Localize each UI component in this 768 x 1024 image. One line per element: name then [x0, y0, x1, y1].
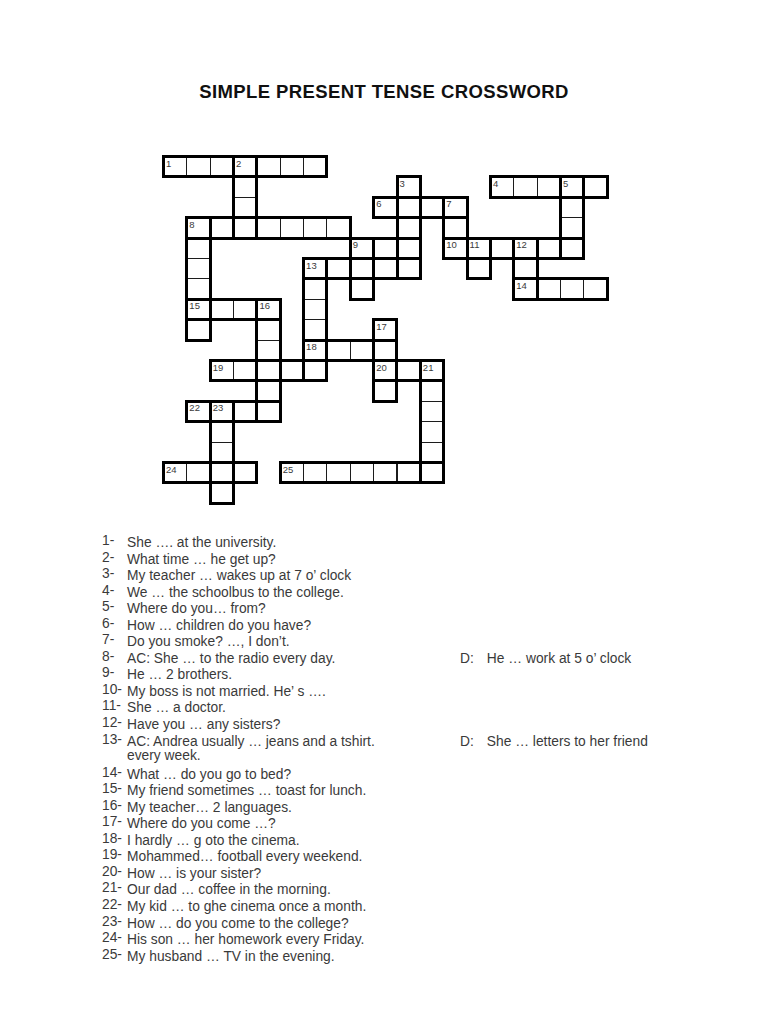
grid-cell-r2c12[interactable]: [443, 197, 467, 218]
grid-cell-r3c12[interactable]: [443, 217, 467, 238]
grid-cell-r9c7[interactable]: [326, 340, 350, 361]
grid-cell-r15c11[interactable]: [420, 462, 444, 483]
clue-number: 25-: [102, 947, 127, 962]
grid-cell-r6c8[interactable]: [350, 278, 374, 299]
clue-text: Do you smoke? …, I don’t.: [127, 634, 290, 649]
grid-cell-r15c3[interactable]: [233, 462, 257, 483]
grid-cell-r6c15[interactable]: [513, 278, 537, 299]
grid-cell-r15c7[interactable]: [326, 462, 350, 483]
grid-cell-r10c2[interactable]: [210, 360, 234, 381]
clue-text: What … do you go to bed?: [127, 767, 291, 782]
grid-cell-r5c8[interactable]: [350, 258, 374, 279]
grid-cell-r7c3[interactable]: [233, 299, 257, 320]
grid-cell-r5c9[interactable]: [373, 258, 397, 279]
grid-cell-r15c1[interactable]: [186, 462, 210, 483]
grid-cell-r10c11[interactable]: [420, 360, 444, 381]
down-label: D:: [460, 651, 474, 666]
grid-cell-r15c2[interactable]: [210, 462, 234, 483]
grid-cell-r4c12[interactable]: [443, 238, 467, 259]
clue-text: Have you … any sisters?: [127, 717, 280, 732]
grid-cell-r1c18[interactable]: [583, 176, 607, 197]
grid-cell-r4c10[interactable]: [397, 238, 421, 259]
clue-text: She … a doctor.: [127, 700, 226, 715]
grid-cell-r5c10[interactable]: [397, 258, 421, 279]
clue-3: 3-My teacher … wakes up at 7 o’ clock: [102, 566, 702, 583]
clue-number: 8-: [102, 649, 127, 664]
clue-text: My friend sometimes … toast for lunch.: [127, 783, 366, 798]
grid-cell-r11c11[interactable]: [420, 380, 444, 401]
clue-number: 12-: [102, 715, 127, 730]
clue-number: 9-: [102, 665, 127, 680]
grid-cell-r9c9[interactable]: [373, 340, 397, 361]
grid-cell-r4c1[interactable]: [186, 238, 210, 259]
clue-number: 2-: [102, 550, 127, 565]
grid-cell-r1c16[interactable]: [537, 176, 561, 197]
clue-number: 21-: [102, 880, 127, 895]
grid-cell-r0c2[interactable]: [210, 156, 234, 177]
grid-cell-r10c10[interactable]: [397, 360, 421, 381]
grid-cell-r16c2[interactable]: [210, 482, 234, 503]
grid-cell-r6c18[interactable]: [583, 278, 607, 299]
clue-text: My teacher… 2 languages.: [127, 800, 292, 815]
clue-text: My boss is not married. He’ s ….: [127, 684, 326, 699]
grid-cell-r1c15[interactable]: [513, 176, 537, 197]
clue-number: 5-: [102, 599, 127, 614]
clue-15: 15-My friend sometimes … toast for lunch…: [102, 781, 702, 798]
clue-text: We … the schoolbus to the college.: [127, 585, 344, 600]
grid-cell-r3c3[interactable]: [233, 217, 257, 238]
grid-cell-r0c3[interactable]: [233, 156, 257, 177]
clue-number: 1-: [102, 533, 127, 548]
clue-text: Mohammed… football every weekend.: [127, 849, 362, 864]
clue-22: 22-My kid … to ghe cinema once a month.: [102, 897, 702, 914]
grid-cell-r3c1[interactable]: [186, 217, 210, 238]
grid-cell-r3c10[interactable]: [397, 217, 421, 238]
grid-cell-r10c4[interactable]: [256, 360, 280, 381]
clue-4: 4-We … the schoolbus to the college.: [102, 583, 702, 600]
grid-cell-r1c10[interactable]: [397, 176, 421, 197]
clue-17: 17-Where do you come …?: [102, 814, 702, 831]
clue-1: 1-She …. at the university.: [102, 533, 702, 550]
grid-cell-r11c9[interactable]: [373, 380, 397, 401]
clue-number: 6-: [102, 616, 127, 631]
clue-23: 23-How … do you come to the college?: [102, 914, 702, 931]
clue-text: How … is your sister?: [127, 866, 261, 881]
clue-text: My teacher … wakes up at 7 o’ clock: [127, 568, 351, 583]
clue-text: His son … her homework every Friday.: [127, 932, 364, 947]
clue-number: 10-: [102, 682, 127, 697]
clue-text: Where do you… from?: [127, 601, 266, 616]
grid-cell-r13c2[interactable]: [210, 421, 234, 442]
grid-cell-r4c17[interactable]: [560, 238, 584, 259]
grid-cell-r2c3[interactable]: [233, 197, 257, 218]
grid-cell-r9c4[interactable]: [256, 340, 280, 361]
clue-number: 16-: [102, 798, 127, 813]
grid-cell-r15c0[interactable]: [163, 462, 187, 483]
down-label: D:: [460, 734, 474, 749]
grid-cell-r4c14[interactable]: [490, 238, 514, 259]
clue-text: My kid … to ghe cinema once a month.: [127, 899, 366, 914]
clue-text: Our dad … coffee in the morning.: [127, 882, 331, 897]
clue-text: My husband … TV in the evening.: [127, 949, 335, 964]
grid-cell-r4c16[interactable]: [537, 238, 561, 259]
grid-cell-r1c17[interactable]: [560, 176, 584, 197]
grid-cell-r5c6[interactable]: [303, 258, 327, 279]
grid-cell-r8c4[interactable]: [256, 319, 280, 340]
clue-21: 21-Our dad … coffee in the morning.: [102, 880, 702, 897]
grid-cell-r11c4[interactable]: [256, 380, 280, 401]
clue-18: 18-I hardly … g oto the cinema.: [102, 831, 702, 848]
clue-number: 15-: [102, 781, 127, 796]
clue-number: 19-: [102, 847, 127, 862]
grid-cell-r6c6[interactable]: [303, 278, 327, 299]
clue-number: 18-: [102, 831, 127, 846]
clue-list: 1-She …. at the university.2-What time ……: [102, 533, 702, 963]
clue-8: 8-AC: She … to the radio every day.D:He …: [102, 649, 702, 666]
clue-number: 13-: [102, 732, 127, 747]
grid-cell-r4c15[interactable]: [513, 238, 537, 259]
clue-text: She …. at the university.: [127, 535, 276, 550]
grid-cell-r3c4[interactable]: [256, 217, 280, 238]
grid-cell-r2c11[interactable]: [420, 197, 444, 218]
grid-cell-r0c4[interactable]: [256, 156, 280, 177]
grid-cell-r2c10[interactable]: [397, 197, 421, 218]
grid-cell-r1c3[interactable]: [233, 176, 257, 197]
grid-cell-r1c14[interactable]: [490, 176, 514, 197]
grid-cell-r6c1[interactable]: [186, 278, 210, 299]
grid-cell-r13c11[interactable]: [420, 421, 444, 442]
clue-19: 19-Mohammed… football every weekend.: [102, 847, 702, 864]
clue-10: 10-My boss is not married. He’ s ….: [102, 682, 702, 699]
grid-cell-r7c4[interactable]: [256, 299, 280, 320]
grid-cell-r6c17[interactable]: [560, 278, 584, 299]
clue-24: 24-His son … her homework every Friday.: [102, 930, 702, 947]
grid-cell-r3c7[interactable]: [326, 217, 350, 238]
grid-cell-r8c1[interactable]: [186, 319, 210, 340]
grid-cell-r3c2[interactable]: [210, 217, 234, 238]
clue-11: 11-She … a doctor.: [102, 698, 702, 715]
clue-number: 7-: [102, 632, 127, 647]
grid-cell-r15c10[interactable]: [397, 462, 421, 483]
clue-text: AC: Andrea usually … jeans and a tshirt.: [127, 734, 375, 749]
grid-cell-r15c9[interactable]: [373, 462, 397, 483]
clue-9: 9-He … 2 brothers.: [102, 665, 702, 682]
clue-text: How … children do you have?: [127, 618, 311, 633]
grid-cell-r14c2[interactable]: [210, 442, 234, 463]
clue-down-part: D:She … letters to her friend: [460, 732, 648, 750]
grid-cell-r0c1[interactable]: [186, 156, 210, 177]
clue-number: 4-: [102, 583, 127, 598]
clue-number: 3-: [102, 566, 127, 581]
clue-text: I hardly … g oto the cinema.: [127, 833, 300, 848]
grid-cell-r14c11[interactable]: [420, 442, 444, 463]
page-title: SIMPLE PRESENT TENSE CROSSWORD: [0, 81, 768, 103]
grid-cell-r4c9[interactable]: [373, 238, 397, 259]
clue-number: 11-: [102, 698, 127, 713]
grid-cell-r6c16[interactable]: [537, 278, 561, 299]
clue-13: 13-AC: Andrea usually … jeans and a tshi…: [102, 732, 702, 749]
grid-cell-r3c6[interactable]: [303, 217, 327, 238]
grid-cell-r0c0[interactable]: [163, 156, 187, 177]
crossword-grid: 1234567891011121314151617181920212223242…: [163, 156, 607, 503]
clue-text: Where do you come …?: [127, 816, 276, 831]
grid-cell-r8c9[interactable]: [373, 319, 397, 340]
clue-text: He … 2 brothers.: [127, 667, 232, 682]
grid-cell-r7c6[interactable]: [303, 299, 327, 320]
grid-cell-r5c15[interactable]: [513, 258, 537, 279]
grid-cell-r10c9[interactable]: [373, 360, 397, 381]
grid-cell-r3c5[interactable]: [280, 217, 304, 238]
down-clue-text: She … letters to her friend: [487, 734, 648, 749]
clue-text: AC: She … to the radio every day.: [127, 651, 335, 666]
grid-cell-r12c3[interactable]: [233, 401, 257, 422]
grid-cell-r7c1[interactable]: [186, 299, 210, 320]
grid-cell-r5c7[interactable]: [326, 258, 350, 279]
grid-cell-r15c8[interactable]: [350, 462, 374, 483]
grid-cell-r4c8[interactable]: [350, 238, 374, 259]
clue-25: 25-My husband … TV in the evening.: [102, 947, 702, 964]
grid-cell-r10c5[interactable]: [280, 360, 304, 381]
clue-5: 5-Where do you… from?: [102, 599, 702, 616]
down-clue-text: He … work at 5 o’ clock: [487, 651, 631, 666]
clue-number: 24-: [102, 930, 127, 945]
grid-cell-r2c9[interactable]: [373, 197, 397, 218]
grid-cell-r4c13[interactable]: [467, 238, 491, 259]
clue-2: 2-What time … he get up?: [102, 550, 702, 567]
grid-cell-r5c13[interactable]: [467, 258, 491, 279]
clue-6: 6-How … children do you have?: [102, 616, 702, 633]
grid-cell-r15c5[interactable]: [280, 462, 304, 483]
grid-cell-r12c2[interactable]: [210, 401, 234, 422]
grid-cell-r8c6[interactable]: [303, 319, 327, 340]
grid-cell-r0c5[interactable]: [280, 156, 304, 177]
grid-cell-r2c17[interactable]: [560, 197, 584, 218]
grid-cell-r10c6[interactable]: [303, 360, 327, 381]
clue-text: How … do you come to the college?: [127, 916, 349, 931]
grid-cell-r3c17[interactable]: [560, 217, 584, 238]
grid-cell-r10c3[interactable]: [233, 360, 257, 381]
clue-text: What time … he get up?: [127, 552, 276, 567]
grid-cell-r15c6[interactable]: [303, 462, 327, 483]
clue-number: 14-: [102, 765, 127, 780]
clue-number: 22-: [102, 897, 127, 912]
clue-number: 20-: [102, 864, 127, 879]
clue-16: 16-My teacher… 2 languages.: [102, 798, 702, 815]
clue-number: 17-: [102, 814, 127, 829]
clue-12: 12-Have you … any sisters?: [102, 715, 702, 732]
grid-cell-r5c1[interactable]: [186, 258, 210, 279]
grid-cell-r9c8[interactable]: [350, 340, 374, 361]
grid-cell-r12c4[interactable]: [256, 401, 280, 422]
clue-14: 14-What … do you go to bed?: [102, 765, 702, 782]
grid-cell-r9c6[interactable]: [303, 340, 327, 361]
clue-down-part: D:He … work at 5 o’ clock: [460, 649, 631, 667]
clue-20: 20-How … is your sister?: [102, 864, 702, 881]
grid-cell-r12c1[interactable]: [186, 401, 210, 422]
grid-cell-r12c11[interactable]: [420, 401, 444, 422]
grid-cell-r0c6[interactable]: [303, 156, 327, 177]
clue-continuation: every week.: [102, 748, 702, 765]
grid-cell-r7c2[interactable]: [210, 299, 234, 320]
clue-number: 23-: [102, 914, 127, 929]
clue-7: 7-Do you smoke? …, I don’t.: [102, 632, 702, 649]
